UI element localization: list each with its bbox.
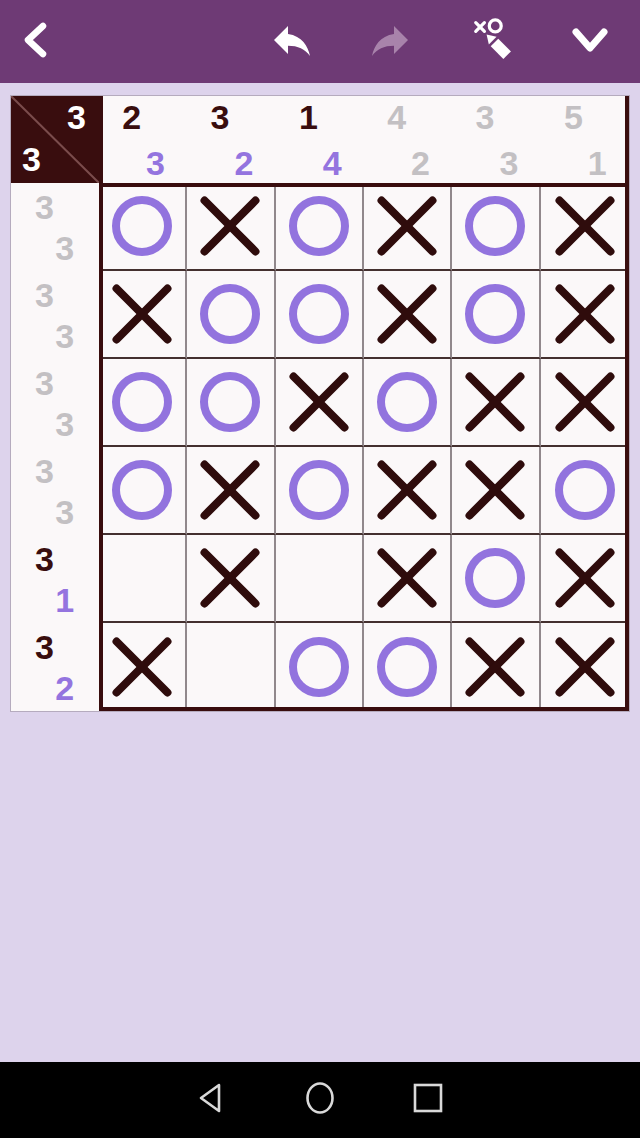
nav-recents-button[interactable] bbox=[411, 1083, 445, 1117]
row-clue-6-x-count: 3 bbox=[11, 628, 78, 667]
cell-r1c2[interactable] bbox=[187, 183, 275, 271]
column-clue-2-x-count: 3 bbox=[187, 98, 252, 137]
cell-r1c1[interactable] bbox=[99, 183, 187, 271]
symbol-o-icon bbox=[377, 372, 437, 432]
cell-r6c2[interactable] bbox=[187, 623, 275, 711]
puzzle-board: 3 3 233214423351333333333132 bbox=[10, 95, 630, 712]
column-clue-6: 51 bbox=[541, 96, 629, 183]
symbol-x-icon bbox=[555, 637, 615, 697]
symbol-x-icon bbox=[200, 196, 260, 256]
symbol-o-icon bbox=[465, 196, 525, 256]
column-clue-5: 33 bbox=[452, 96, 540, 183]
cell-r5c2[interactable] bbox=[187, 535, 275, 623]
nav-back-triangle-icon bbox=[195, 1081, 229, 1119]
row-clue-4: 33 bbox=[11, 447, 99, 535]
xo-pen-mode-button[interactable] bbox=[462, 0, 522, 83]
cell-r2c6[interactable] bbox=[541, 271, 629, 359]
symbol-x-icon bbox=[200, 548, 260, 608]
symbol-x-icon bbox=[555, 196, 615, 256]
symbol-x-icon bbox=[200, 460, 260, 520]
row-clue-3-x-count: 3 bbox=[11, 364, 78, 403]
cell-r5c4[interactable] bbox=[364, 535, 452, 623]
cell-r5c5[interactable] bbox=[452, 535, 540, 623]
nav-recents-square-icon bbox=[411, 1081, 445, 1119]
chevron-down-icon bbox=[568, 18, 612, 66]
cell-r5c6[interactable] bbox=[541, 535, 629, 623]
xo-pen-icon bbox=[466, 14, 518, 70]
corner-clue-cell: 3 3 bbox=[11, 96, 99, 183]
column-clue-4-x-count: 4 bbox=[364, 98, 429, 137]
symbol-x-icon bbox=[377, 460, 437, 520]
cell-r1c6[interactable] bbox=[541, 183, 629, 271]
cell-r2c1[interactable] bbox=[99, 271, 187, 359]
back-chevron-icon bbox=[16, 18, 60, 66]
symbol-o-icon bbox=[377, 637, 437, 697]
symbol-x-icon bbox=[112, 637, 172, 697]
cell-r5c3[interactable] bbox=[276, 535, 364, 623]
column-clue-1-x-count: 2 bbox=[99, 98, 164, 137]
cell-r6c3[interactable] bbox=[276, 623, 364, 711]
column-clue-3: 14 bbox=[276, 96, 364, 183]
cell-r4c4[interactable] bbox=[364, 447, 452, 535]
row-clue-1: 33 bbox=[11, 183, 99, 271]
symbol-x-icon bbox=[377, 548, 437, 608]
cell-r1c4[interactable] bbox=[364, 183, 452, 271]
column-clue-6-x-count: 5 bbox=[541, 98, 606, 137]
cell-r6c4[interactable] bbox=[364, 623, 452, 711]
nav-home-button[interactable] bbox=[303, 1083, 337, 1117]
board-grid: 3 3 233214423351333333333132 bbox=[11, 96, 629, 711]
symbol-x-icon bbox=[377, 284, 437, 344]
back-button[interactable] bbox=[8, 0, 68, 83]
cell-r2c3[interactable] bbox=[276, 271, 364, 359]
undo-icon bbox=[268, 16, 316, 68]
row-clue-2-o-count: 3 bbox=[34, 317, 96, 356]
android-navbar bbox=[0, 1062, 640, 1138]
cell-r3c4[interactable] bbox=[364, 359, 452, 447]
undo-button[interactable] bbox=[262, 0, 322, 83]
row-clue-2-x-count: 3 bbox=[11, 276, 78, 315]
symbol-x-icon bbox=[555, 284, 615, 344]
column-clue-3-o-count: 4 bbox=[300, 144, 364, 183]
cell-r4c2[interactable] bbox=[187, 447, 275, 535]
symbol-o-icon bbox=[465, 548, 525, 608]
symbol-x-icon bbox=[465, 637, 525, 697]
row-clue-4-x-count: 3 bbox=[11, 452, 78, 491]
cell-r3c6[interactable] bbox=[541, 359, 629, 447]
row-clue-5: 31 bbox=[11, 535, 99, 623]
row-clue-6-o-count: 2 bbox=[34, 669, 96, 708]
cell-r4c1[interactable] bbox=[99, 447, 187, 535]
cell-r2c5[interactable] bbox=[452, 271, 540, 359]
cell-r6c5[interactable] bbox=[452, 623, 540, 711]
nav-back-button[interactable] bbox=[195, 1083, 229, 1117]
cell-r2c4[interactable] bbox=[364, 271, 452, 359]
cell-r4c5[interactable] bbox=[452, 447, 540, 535]
symbol-o-icon bbox=[112, 460, 172, 520]
cell-r1c3[interactable] bbox=[276, 183, 364, 271]
column-clue-5-x-count: 3 bbox=[452, 98, 517, 137]
collapse-toolbar-button[interactable] bbox=[560, 0, 620, 83]
row-clue-4-o-count: 3 bbox=[34, 493, 96, 532]
cell-r4c3[interactable] bbox=[276, 447, 364, 535]
corner-clue-bottom: 3 bbox=[22, 140, 41, 179]
cell-r3c2[interactable] bbox=[187, 359, 275, 447]
symbol-x-icon bbox=[555, 548, 615, 608]
symbol-o-icon bbox=[289, 637, 349, 697]
redo-icon bbox=[366, 16, 414, 68]
cell-r3c1[interactable] bbox=[99, 359, 187, 447]
row-clue-3-o-count: 3 bbox=[34, 405, 96, 444]
column-clue-1-o-count: 3 bbox=[124, 144, 188, 183]
column-clue-1: 23 bbox=[99, 96, 187, 183]
symbol-x-icon bbox=[465, 372, 525, 432]
corner-clue-top: 3 bbox=[67, 98, 86, 137]
cell-r6c1[interactable] bbox=[99, 623, 187, 711]
symbol-x-icon bbox=[377, 196, 437, 256]
symbol-o-icon bbox=[555, 460, 615, 520]
symbol-x-icon bbox=[112, 284, 172, 344]
cell-r3c5[interactable] bbox=[452, 359, 540, 447]
cell-r4c6[interactable] bbox=[541, 447, 629, 535]
nav-home-circle-icon bbox=[303, 1081, 337, 1119]
symbol-x-icon bbox=[289, 372, 349, 432]
column-clue-4-o-count: 2 bbox=[389, 144, 453, 183]
column-clue-2-o-count: 2 bbox=[212, 144, 276, 183]
cell-r3c3[interactable] bbox=[276, 359, 364, 447]
column-clue-2: 32 bbox=[187, 96, 275, 183]
symbol-o-icon bbox=[112, 196, 172, 256]
cell-r2c2[interactable] bbox=[187, 271, 275, 359]
symbol-o-icon bbox=[465, 284, 525, 344]
symbol-o-icon bbox=[289, 196, 349, 256]
row-clue-5-o-count: 1 bbox=[34, 581, 96, 620]
column-clue-3-x-count: 1 bbox=[276, 98, 341, 137]
row-clue-6: 32 bbox=[11, 623, 99, 711]
column-clue-4: 42 bbox=[364, 96, 452, 183]
row-clue-2: 33 bbox=[11, 271, 99, 359]
symbol-o-icon bbox=[289, 284, 349, 344]
cell-r1c5[interactable] bbox=[452, 183, 540, 271]
redo-button[interactable] bbox=[360, 0, 420, 83]
symbol-o-icon bbox=[200, 284, 260, 344]
column-clue-6-o-count: 1 bbox=[565, 144, 629, 183]
symbol-o-icon bbox=[200, 372, 260, 432]
symbol-x-icon bbox=[465, 460, 525, 520]
cell-r5c1[interactable] bbox=[99, 535, 187, 623]
column-clue-5-o-count: 3 bbox=[477, 144, 541, 183]
symbol-o-icon bbox=[112, 372, 172, 432]
cell-r6c6[interactable] bbox=[541, 623, 629, 711]
row-clue-3: 33 bbox=[11, 359, 99, 447]
row-clue-1-x-count: 3 bbox=[11, 188, 78, 227]
app-toolbar bbox=[0, 0, 640, 83]
row-clue-5-x-count: 3 bbox=[11, 540, 78, 579]
symbol-x-icon bbox=[555, 372, 615, 432]
row-clue-1-o-count: 3 bbox=[34, 229, 96, 268]
symbol-o-icon bbox=[289, 460, 349, 520]
